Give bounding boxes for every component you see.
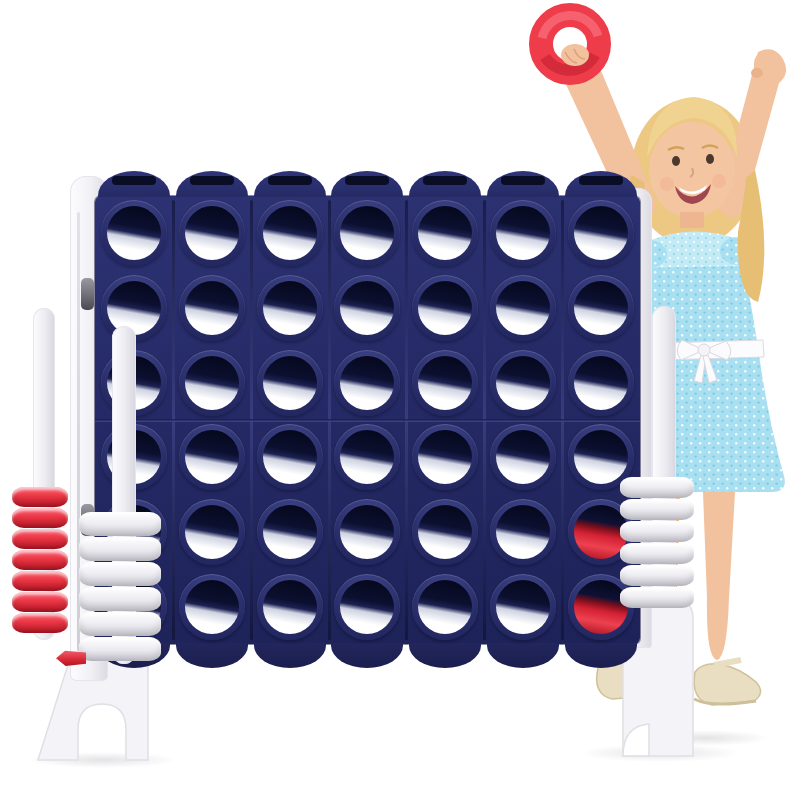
cell-r4c2 [173, 420, 251, 495]
cell-r4c5 [406, 420, 484, 495]
cell-r5c6 [484, 495, 562, 570]
bottom-scallops [95, 643, 640, 668]
drop-slot [345, 176, 389, 185]
panel-middle-seam [95, 419, 640, 422]
cell-r5c2 [173, 495, 251, 570]
empty-slot [490, 275, 556, 341]
neck [680, 212, 704, 228]
empty-slot [257, 574, 323, 640]
white-ring-stack [620, 477, 694, 609]
top-scallop [254, 171, 326, 197]
bottom-scallop [565, 643, 637, 668]
cell-r1c6 [484, 196, 562, 271]
empty-slot [412, 350, 478, 416]
hole [263, 505, 317, 559]
hole [496, 356, 550, 410]
connect-four-board [95, 196, 640, 644]
hole [418, 505, 472, 559]
empty-slot [412, 200, 478, 266]
cell-r4c3 [251, 420, 329, 495]
white-storage-ring [79, 512, 161, 536]
red-storage-ring [12, 592, 68, 612]
hole [263, 356, 317, 410]
empty-slot [257, 350, 323, 416]
top-scallop [331, 171, 403, 197]
white-storage-ring [79, 612, 161, 636]
cell-r2c3 [251, 271, 329, 346]
empty-slot [179, 350, 245, 416]
top-scallop [176, 171, 248, 197]
empty-slot [412, 424, 478, 490]
white-storage-ring [79, 562, 161, 586]
cell-r1c3 [251, 196, 329, 271]
bottom-scallop [254, 643, 326, 668]
white-storage-ring [620, 587, 694, 608]
hole [340, 356, 394, 410]
white-storage-ring [620, 499, 694, 520]
top-scallop [487, 171, 559, 197]
hole [185, 505, 239, 559]
hole [418, 281, 472, 335]
hole [496, 430, 550, 484]
drop-slot [423, 176, 467, 185]
red-storage-ring [12, 508, 68, 528]
white-storage-ring [620, 543, 694, 564]
cell-r1c4 [329, 196, 407, 271]
white-storage-ring [620, 477, 694, 498]
white-storage-ring [79, 637, 161, 661]
bottom-scallop [331, 643, 403, 668]
empty-slot [568, 200, 634, 266]
cell-r1c1 [95, 196, 173, 271]
hole [340, 206, 394, 260]
white-storage-ring [620, 565, 694, 586]
red-ring-stack [12, 487, 68, 634]
drop-slot [501, 176, 545, 185]
cell-r3c5 [406, 345, 484, 420]
bottom-scallop [176, 643, 248, 668]
top-scallops [95, 171, 640, 197]
empty-slot [334, 499, 400, 565]
white-ring-stack [79, 512, 161, 662]
red-storage-ring [12, 571, 68, 591]
hole [185, 580, 239, 634]
cell-r6c6 [484, 569, 562, 644]
hole [418, 580, 472, 634]
cell-r3c6 [484, 345, 562, 420]
hole [418, 356, 472, 410]
top-scallop [409, 171, 481, 197]
eye-right [706, 154, 714, 164]
hole [263, 206, 317, 260]
empty-slot [334, 574, 400, 640]
hole [185, 430, 239, 484]
hole [340, 430, 394, 484]
hole [496, 580, 550, 634]
cell-r1c7 [562, 196, 640, 271]
empty-slot [257, 424, 323, 490]
hole [185, 206, 239, 260]
hole [340, 580, 394, 634]
cell-r6c5 [406, 569, 484, 644]
drop-slot [268, 176, 312, 185]
empty-slot [179, 424, 245, 490]
eye-left [672, 156, 680, 166]
red-storage-ring [12, 529, 68, 549]
cell-r3c4 [329, 345, 407, 420]
empty-slot [412, 499, 478, 565]
empty-slot [490, 499, 556, 565]
cell-r2c5 [406, 271, 484, 346]
bottom-scallop [487, 643, 559, 668]
white-storage-ring [79, 587, 161, 611]
cell-r4c4 [329, 420, 407, 495]
white-storage-ring [620, 521, 694, 542]
hole [107, 206, 161, 260]
cell-r5c4 [329, 495, 407, 570]
bottom-scallop [409, 643, 481, 668]
cell-r1c5 [406, 196, 484, 271]
cell-r2c6 [484, 271, 562, 346]
empty-slot [257, 499, 323, 565]
cell-r2c2 [173, 271, 251, 346]
hole [263, 580, 317, 634]
cell-r6c3 [251, 569, 329, 644]
cell-r6c4 [329, 569, 407, 644]
drop-slot [112, 176, 156, 185]
hole [496, 206, 550, 260]
hole [185, 281, 239, 335]
white-storage-ring [79, 537, 161, 561]
empty-slot [334, 275, 400, 341]
rail-slot-upper [81, 278, 94, 310]
empty-slot [490, 200, 556, 266]
empty-slot [179, 275, 245, 341]
hole [418, 430, 472, 484]
cell-r4c6 [484, 420, 562, 495]
empty-slot [412, 574, 478, 640]
held-red-ring [541, 15, 599, 73]
storage-stack-red [12, 308, 68, 648]
cell-r5c5 [406, 495, 484, 570]
top-scallop [565, 171, 637, 197]
red-storage-ring [12, 550, 68, 570]
cell-r3c3 [251, 345, 329, 420]
empty-slot [179, 499, 245, 565]
cell-r3c2 [173, 345, 251, 420]
red-storage-ring [12, 487, 68, 507]
hole [496, 281, 550, 335]
empty-slot [179, 574, 245, 640]
cell-r1c2 [173, 196, 251, 271]
cell-r6c2 [173, 569, 251, 644]
empty-slot [490, 350, 556, 416]
empty-slot [334, 350, 400, 416]
empty-slot [334, 424, 400, 490]
hole [185, 356, 239, 410]
hole [418, 206, 472, 260]
hole [574, 206, 628, 260]
empty-slot [257, 200, 323, 266]
hole [263, 430, 317, 484]
product-photo-scene [0, 0, 800, 800]
hole [263, 281, 317, 335]
drop-slot [190, 176, 234, 185]
drop-slot [579, 176, 623, 185]
empty-slot [101, 200, 167, 266]
empty-slot [334, 200, 400, 266]
hole [340, 281, 394, 335]
storage-stack-white-left [79, 326, 161, 666]
empty-slot [490, 574, 556, 640]
cell-r2c4 [329, 271, 407, 346]
empty-slot [179, 200, 245, 266]
hole [340, 505, 394, 559]
empty-slot [257, 275, 323, 341]
hole [496, 505, 550, 559]
storage-stack-white-right [620, 306, 694, 616]
cell-r5c3 [251, 495, 329, 570]
top-scallop [98, 171, 170, 197]
empty-slot [412, 275, 478, 341]
red-storage-ring [12, 613, 68, 633]
empty-slot [490, 424, 556, 490]
